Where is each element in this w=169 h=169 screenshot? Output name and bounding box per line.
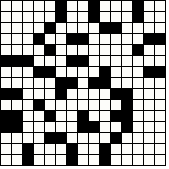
white-cell-r6c5[interactable] bbox=[56, 67, 66, 77]
white-cell-r4c14[interactable] bbox=[155, 45, 165, 55]
white-cell-r13c0[interactable] bbox=[1, 144, 11, 154]
white-cell-r11c6[interactable] bbox=[67, 122, 77, 132]
white-cell-r2c2[interactable] bbox=[23, 23, 33, 33]
white-cell-r8c12[interactable] bbox=[133, 89, 143, 99]
white-cell-r2c12[interactable] bbox=[133, 23, 143, 33]
white-cell-r3c0[interactable] bbox=[1, 34, 11, 44]
white-cell-r14c13[interactable] bbox=[144, 155, 154, 165]
black-cell-r8c5 bbox=[56, 89, 66, 99]
black-cell-r0c5 bbox=[56, 1, 66, 11]
white-cell-r1c2[interactable] bbox=[23, 12, 33, 22]
black-cell-r13c2 bbox=[23, 144, 33, 154]
white-cell-r13c7[interactable] bbox=[78, 144, 88, 154]
white-cell-r6c6[interactable] bbox=[67, 67, 77, 77]
black-cell-r14c2 bbox=[23, 155, 33, 165]
white-cell-r10c5[interactable] bbox=[56, 111, 66, 121]
black-cell-r5c2 bbox=[23, 56, 33, 66]
white-cell-r11c10[interactable] bbox=[111, 122, 121, 132]
white-cell-r5c8[interactable] bbox=[89, 56, 99, 66]
black-cell-r6c14 bbox=[155, 67, 165, 77]
white-cell-r4c9[interactable] bbox=[100, 45, 110, 55]
black-cell-r3c13 bbox=[144, 34, 154, 44]
white-cell-r10c14[interactable] bbox=[155, 111, 165, 121]
white-cell-r14c12[interactable] bbox=[133, 155, 143, 165]
white-cell-r7c13[interactable] bbox=[144, 78, 154, 88]
white-cell-r6c2[interactable] bbox=[23, 67, 33, 77]
white-cell-r10c8[interactable] bbox=[89, 111, 99, 121]
white-cell-r0c4[interactable] bbox=[45, 1, 55, 11]
black-cell-r10c10 bbox=[111, 111, 121, 121]
white-cell-r7c3[interactable] bbox=[34, 78, 44, 88]
crossword-screenshot bbox=[0, 0, 169, 169]
black-cell-r6c4 bbox=[45, 67, 55, 77]
white-cell-r12c3[interactable] bbox=[34, 133, 44, 143]
black-cell-r5c6 bbox=[67, 56, 77, 66]
white-cell-r5c4[interactable] bbox=[45, 56, 55, 66]
black-cell-r12c10 bbox=[111, 133, 121, 143]
white-cell-r1c6[interactable] bbox=[67, 12, 77, 22]
white-cell-r12c13[interactable] bbox=[144, 133, 154, 143]
black-cell-r1c12 bbox=[133, 12, 143, 22]
white-cell-r0c11[interactable] bbox=[122, 1, 132, 11]
white-cell-r13c11[interactable] bbox=[122, 144, 132, 154]
black-cell-r11c7 bbox=[78, 122, 88, 132]
white-cell-r8c4[interactable] bbox=[45, 89, 55, 99]
white-cell-r3c10[interactable] bbox=[111, 34, 121, 44]
black-cell-r2c9 bbox=[100, 23, 110, 33]
white-cell-r13c14[interactable] bbox=[155, 144, 165, 154]
white-cell-r2c3[interactable] bbox=[34, 23, 44, 33]
white-cell-r8c14[interactable] bbox=[155, 89, 165, 99]
white-cell-r12c2[interactable] bbox=[23, 133, 33, 143]
white-cell-r6c11[interactable] bbox=[122, 67, 132, 77]
black-cell-r7c5 bbox=[56, 78, 66, 88]
white-cell-r12c12[interactable] bbox=[133, 133, 143, 143]
black-cell-r9c11 bbox=[122, 100, 132, 110]
white-cell-r9c7[interactable] bbox=[78, 100, 88, 110]
white-cell-r9c9[interactable] bbox=[100, 100, 110, 110]
white-cell-r13c10[interactable] bbox=[111, 144, 121, 154]
white-cell-r14c5[interactable] bbox=[56, 155, 66, 165]
black-cell-r10c4 bbox=[45, 111, 55, 121]
white-cell-r9c8[interactable] bbox=[89, 100, 99, 110]
white-cell-r7c2[interactable] bbox=[23, 78, 33, 88]
white-cell-r11c5[interactable] bbox=[56, 122, 66, 132]
white-cell-r4c7[interactable] bbox=[78, 45, 88, 55]
white-cell-r8c9[interactable] bbox=[100, 89, 110, 99]
black-cell-r14c9 bbox=[100, 155, 110, 165]
white-cell-r9c14[interactable] bbox=[155, 100, 165, 110]
black-cell-r7c6 bbox=[67, 78, 77, 88]
black-cell-r10c11 bbox=[122, 111, 132, 121]
white-cell-r7c4[interactable] bbox=[45, 78, 55, 88]
white-cell-r5c11[interactable] bbox=[122, 56, 132, 66]
black-cell-r4c4 bbox=[45, 45, 55, 55]
black-cell-r5c7 bbox=[78, 56, 88, 66]
white-cell-r4c13[interactable] bbox=[144, 45, 154, 55]
white-cell-r8c3[interactable] bbox=[34, 89, 44, 99]
white-cell-r14c11[interactable] bbox=[122, 155, 132, 165]
white-cell-r7c12[interactable] bbox=[133, 78, 143, 88]
white-cell-r9c2[interactable] bbox=[23, 100, 33, 110]
white-cell-r2c0[interactable] bbox=[1, 23, 11, 33]
white-cell-r5c12[interactable] bbox=[133, 56, 143, 66]
white-cell-r13c12[interactable] bbox=[133, 144, 143, 154]
black-cell-r3c7 bbox=[78, 34, 88, 44]
black-cell-r10c7 bbox=[78, 111, 88, 121]
white-cell-r9c4[interactable] bbox=[45, 100, 55, 110]
black-cell-r1c5 bbox=[56, 12, 66, 22]
white-cell-r0c1[interactable] bbox=[12, 1, 22, 11]
white-cell-r5c13[interactable] bbox=[144, 56, 154, 66]
white-cell-r8c13[interactable] bbox=[144, 89, 154, 99]
black-cell-r10c0 bbox=[1, 111, 11, 121]
black-cell-r11c8 bbox=[89, 122, 99, 132]
white-cell-r1c10[interactable] bbox=[111, 12, 121, 22]
black-cell-r8c11 bbox=[122, 89, 132, 99]
white-cell-r10c13[interactable] bbox=[144, 111, 154, 121]
white-cell-r1c13[interactable] bbox=[144, 12, 154, 22]
white-cell-r7c11[interactable] bbox=[122, 78, 132, 88]
black-cell-r2c10 bbox=[111, 23, 121, 33]
white-cell-r12c7[interactable] bbox=[78, 133, 88, 143]
black-cell-r3c3 bbox=[34, 34, 44, 44]
white-cell-r10c6[interactable] bbox=[67, 111, 77, 121]
white-cell-r14c8[interactable] bbox=[89, 155, 99, 165]
white-cell-r1c7[interactable] bbox=[78, 12, 88, 22]
white-cell-r4c2[interactable] bbox=[23, 45, 33, 55]
white-cell-r5c10[interactable] bbox=[111, 56, 121, 66]
white-cell-r2c6[interactable] bbox=[67, 23, 77, 33]
black-cell-r11c1 bbox=[12, 122, 22, 132]
white-cell-r2c5[interactable] bbox=[56, 23, 66, 33]
white-cell-r11c12[interactable] bbox=[133, 122, 143, 132]
white-cell-r6c7[interactable] bbox=[78, 67, 88, 77]
white-cell-r6c1[interactable] bbox=[12, 67, 22, 77]
white-cell-r6c0[interactable] bbox=[1, 67, 11, 77]
white-cell-r0c3[interactable] bbox=[34, 1, 44, 11]
white-cell-r4c0[interactable] bbox=[1, 45, 11, 55]
white-cell-r1c14[interactable] bbox=[155, 12, 165, 22]
black-cell-r6c13 bbox=[144, 67, 154, 77]
black-cell-r7c9 bbox=[100, 78, 110, 88]
white-cell-r4c1[interactable] bbox=[12, 45, 22, 55]
white-cell-r4c10[interactable] bbox=[111, 45, 121, 55]
white-cell-r12c9[interactable] bbox=[100, 133, 110, 143]
white-cell-r0c6[interactable] bbox=[67, 1, 77, 11]
white-cell-r14c10[interactable] bbox=[111, 155, 121, 165]
white-cell-r2c13[interactable] bbox=[144, 23, 154, 33]
white-cell-r12c11[interactable] bbox=[122, 133, 132, 143]
white-cell-r14c1[interactable] bbox=[12, 155, 22, 165]
white-cell-r0c13[interactable] bbox=[144, 1, 154, 11]
white-cell-r7c14[interactable] bbox=[155, 78, 165, 88]
black-cell-r10c1 bbox=[12, 111, 22, 121]
white-cell-r2c1[interactable] bbox=[12, 23, 22, 33]
black-cell-r11c0 bbox=[1, 122, 11, 132]
white-cell-r12c6[interactable] bbox=[67, 133, 77, 143]
black-cell-r13c6 bbox=[67, 144, 77, 154]
white-cell-r13c13[interactable] bbox=[144, 144, 154, 154]
white-cell-r2c7[interactable] bbox=[78, 23, 88, 33]
black-cell-r4c12 bbox=[133, 45, 143, 55]
white-cell-r10c2[interactable] bbox=[23, 111, 33, 121]
white-cell-r8c8[interactable] bbox=[89, 89, 99, 99]
white-cell-r3c2[interactable] bbox=[23, 34, 33, 44]
black-cell-r0c12 bbox=[133, 1, 143, 11]
white-cell-r1c3[interactable] bbox=[34, 12, 44, 22]
white-cell-r11c3[interactable] bbox=[34, 122, 44, 132]
black-cell-r9c3 bbox=[34, 100, 44, 110]
white-cell-r3c12[interactable] bbox=[133, 34, 143, 44]
black-cell-r12c5 bbox=[56, 133, 66, 143]
white-cell-r0c2[interactable] bbox=[23, 1, 33, 11]
white-cell-r14c7[interactable] bbox=[78, 155, 88, 165]
white-cell-r4c5[interactable] bbox=[56, 45, 66, 55]
white-cell-r9c12[interactable] bbox=[133, 100, 143, 110]
white-cell-r6c8[interactable] bbox=[89, 67, 99, 77]
white-cell-r13c5[interactable] bbox=[56, 144, 66, 154]
white-cell-r9c0[interactable] bbox=[1, 100, 11, 110]
white-cell-r7c0[interactable] bbox=[1, 78, 11, 88]
white-cell-r13c8[interactable] bbox=[89, 144, 99, 154]
white-cell-r0c7[interactable] bbox=[78, 1, 88, 11]
white-cell-r2c11[interactable] bbox=[122, 23, 132, 33]
black-cell-r8c10 bbox=[111, 89, 121, 99]
white-cell-r1c1[interactable] bbox=[12, 12, 22, 22]
white-cell-r13c4[interactable] bbox=[45, 144, 55, 154]
white-cell-r1c4[interactable] bbox=[45, 12, 55, 22]
white-cell-r3c9[interactable] bbox=[100, 34, 110, 44]
white-cell-r5c9[interactable] bbox=[100, 56, 110, 66]
white-cell-r10c9[interactable] bbox=[100, 111, 110, 121]
white-cell-r0c14[interactable] bbox=[155, 1, 165, 11]
white-cell-r1c9[interactable] bbox=[100, 12, 110, 22]
white-cell-r9c1[interactable] bbox=[12, 100, 22, 110]
black-cell-r2c4 bbox=[45, 23, 55, 33]
white-cell-r7c10[interactable] bbox=[111, 78, 121, 88]
white-cell-r8c7[interactable] bbox=[78, 89, 88, 99]
white-cell-r3c11[interactable] bbox=[122, 34, 132, 44]
white-cell-r7c7[interactable] bbox=[78, 78, 88, 88]
white-cell-r10c12[interactable] bbox=[133, 111, 143, 121]
white-cell-r14c0[interactable] bbox=[1, 155, 11, 165]
black-cell-r12c4 bbox=[45, 133, 55, 143]
white-cell-r6c10[interactable] bbox=[111, 67, 121, 77]
black-cell-r5c1 bbox=[12, 56, 22, 66]
white-cell-r2c14[interactable] bbox=[155, 23, 165, 33]
white-cell-r13c3[interactable] bbox=[34, 144, 44, 154]
black-cell-r5c0 bbox=[1, 56, 11, 66]
black-cell-r6c3 bbox=[34, 67, 44, 77]
black-cell-r1c8 bbox=[89, 12, 99, 22]
white-cell-r11c2[interactable] bbox=[23, 122, 33, 132]
white-cell-r4c3[interactable] bbox=[34, 45, 44, 55]
white-cell-r6c12[interactable] bbox=[133, 67, 143, 77]
black-cell-r11c11 bbox=[122, 122, 132, 132]
white-cell-r12c8[interactable] bbox=[89, 133, 99, 143]
white-cell-r5c5[interactable] bbox=[56, 56, 66, 66]
black-cell-r6c9 bbox=[100, 67, 110, 77]
white-cell-r3c5[interactable] bbox=[56, 34, 66, 44]
black-cell-r3c14 bbox=[155, 34, 165, 44]
black-cell-r13c9 bbox=[100, 144, 110, 154]
black-cell-r14c6 bbox=[67, 155, 77, 165]
white-cell-r0c10[interactable] bbox=[111, 1, 121, 11]
white-cell-r12c1[interactable] bbox=[12, 133, 22, 143]
white-cell-r1c11[interactable] bbox=[122, 12, 132, 22]
white-cell-r8c2[interactable] bbox=[23, 89, 33, 99]
white-cell-r9c13[interactable] bbox=[144, 100, 154, 110]
white-cell-r1c0[interactable] bbox=[1, 12, 11, 22]
white-cell-r0c0[interactable] bbox=[1, 1, 11, 11]
white-cell-r11c9[interactable] bbox=[100, 122, 110, 132]
white-cell-r9c10[interactable] bbox=[111, 100, 121, 110]
white-cell-r4c6[interactable] bbox=[67, 45, 77, 55]
white-cell-r9c5[interactable] bbox=[56, 100, 66, 110]
black-cell-r3c6 bbox=[67, 34, 77, 44]
white-cell-r12c14[interactable] bbox=[155, 133, 165, 143]
white-cell-r4c8[interactable] bbox=[89, 45, 99, 55]
white-cell-r9c6[interactable] bbox=[67, 100, 77, 110]
black-cell-r7c8 bbox=[89, 78, 99, 88]
white-cell-r5c3[interactable] bbox=[34, 56, 44, 66]
black-cell-r0c8 bbox=[89, 1, 99, 11]
white-cell-r7c1[interactable] bbox=[12, 78, 22, 88]
white-cell-r14c3[interactable] bbox=[34, 155, 44, 165]
white-cell-r14c4[interactable] bbox=[45, 155, 55, 165]
white-cell-r3c8[interactable] bbox=[89, 34, 99, 44]
white-cell-r3c1[interactable] bbox=[12, 34, 22, 44]
white-cell-r14c14[interactable] bbox=[155, 155, 165, 165]
white-cell-r11c14[interactable] bbox=[155, 122, 165, 132]
white-cell-r0c9[interactable] bbox=[100, 1, 110, 11]
white-cell-r12c0[interactable] bbox=[1, 133, 11, 143]
black-cell-r8c0 bbox=[1, 89, 11, 99]
white-cell-r11c4[interactable] bbox=[45, 122, 55, 132]
white-cell-r2c8[interactable] bbox=[89, 23, 99, 33]
white-cell-r11c13[interactable] bbox=[144, 122, 154, 132]
white-cell-r4c11[interactable] bbox=[122, 45, 132, 55]
white-cell-r3c4[interactable] bbox=[45, 34, 55, 44]
black-cell-r8c1 bbox=[12, 89, 22, 99]
crossword-grid bbox=[0, 0, 166, 166]
white-cell-r10c3[interactable] bbox=[34, 111, 44, 121]
white-cell-r8c6[interactable] bbox=[67, 89, 77, 99]
white-cell-r5c14[interactable] bbox=[155, 56, 165, 66]
white-cell-r13c1[interactable] bbox=[12, 144, 22, 154]
